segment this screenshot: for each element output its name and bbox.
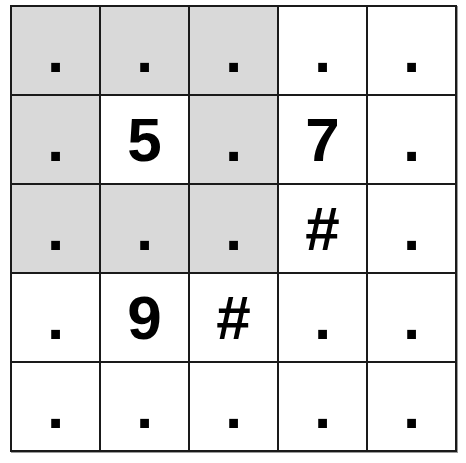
cell-r3c2[interactable]: . bbox=[101, 185, 188, 272]
cell-r4c3[interactable]: # bbox=[190, 274, 277, 361]
cell-r4c4[interactable]: . bbox=[279, 274, 366, 361]
cell-r4c2[interactable]: 9 bbox=[101, 274, 188, 361]
cell-r1c3[interactable]: . bbox=[190, 7, 277, 94]
cell-r2c2[interactable]: 5 bbox=[101, 96, 188, 183]
cell-r5c3[interactable]: . bbox=[190, 363, 277, 450]
cell-r5c2[interactable]: . bbox=[101, 363, 188, 450]
cell-r1c2[interactable]: . bbox=[101, 7, 188, 94]
cell-r5c5[interactable]: . bbox=[368, 363, 455, 450]
cell-r2c1[interactable]: . bbox=[12, 96, 99, 183]
cell-r3c3[interactable]: . bbox=[190, 185, 277, 272]
cell-r2c3[interactable]: . bbox=[190, 96, 277, 183]
cell-r3c1[interactable]: . bbox=[12, 185, 99, 272]
cell-r2c5[interactable]: . bbox=[368, 96, 455, 183]
cell-r4c5[interactable]: . bbox=[368, 274, 455, 361]
cell-r1c1[interactable]: . bbox=[12, 7, 99, 94]
cell-r3c5[interactable]: . bbox=[368, 185, 455, 272]
cell-r4c1[interactable]: . bbox=[12, 274, 99, 361]
cell-r5c4[interactable]: . bbox=[279, 363, 366, 450]
cell-r3c4[interactable]: # bbox=[279, 185, 366, 272]
cell-r1c4[interactable]: . bbox=[279, 7, 366, 94]
puzzle-board: ......5.7....#..9#....... bbox=[10, 5, 457, 452]
cell-r2c4[interactable]: 7 bbox=[279, 96, 366, 183]
cell-r1c5[interactable]: . bbox=[368, 7, 455, 94]
cell-r5c1[interactable]: . bbox=[12, 363, 99, 450]
